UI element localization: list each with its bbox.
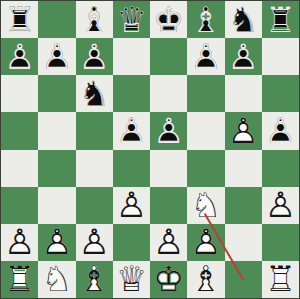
white-knight[interactable]: ♞♘ — [187, 187, 224, 224]
chess-board: ♜♖♝♗♛♕♚♔♝♗♞♘♜♖♟♙♟♙♟♙♟♙♟♙♞♘♟♙♟♙♟♙♟♙♟♙♞♘♟♙… — [0, 0, 300, 299]
square-e3[interactable] — [150, 187, 187, 224]
white-pawn-fill-glyph: ♟ — [78, 225, 109, 260]
square-g6[interactable] — [225, 75, 262, 112]
white-pawn-outline-glyph: ♙ — [78, 225, 109, 260]
square-h7[interactable] — [262, 38, 299, 75]
white-bishop-outline-glyph: ♗ — [78, 262, 109, 297]
white-pawn[interactable]: ♟♙ — [187, 224, 224, 261]
square-f3[interactable]: ♞♘ — [187, 187, 224, 224]
square-g4[interactable] — [225, 150, 262, 187]
square-h4[interactable] — [262, 150, 299, 187]
black-knight-fill-glyph: ♞ — [78, 76, 109, 111]
square-f1[interactable]: ♝♗ — [187, 261, 224, 298]
white-pawn-outline-glyph: ♙ — [265, 188, 296, 223]
square-d8[interactable]: ♛♕ — [113, 1, 150, 38]
white-bishop-fill-glyph: ♝ — [78, 262, 109, 297]
white-pawn-fill-glyph: ♟ — [116, 188, 147, 223]
black-king-outline-glyph: ♔ — [153, 2, 184, 37]
square-b7[interactable]: ♟♙ — [38, 38, 75, 75]
square-d3[interactable]: ♟♙ — [113, 187, 150, 224]
black-pawn[interactable]: ♟♙ — [1, 38, 38, 75]
black-king-fill-glyph: ♚ — [153, 2, 184, 37]
square-f7[interactable]: ♟♙ — [187, 38, 224, 75]
black-pawn[interactable]: ♟♙ — [150, 112, 187, 149]
square-c4[interactable] — [76, 150, 113, 187]
square-g3[interactable] — [225, 187, 262, 224]
white-king-fill-glyph: ♚ — [153, 262, 184, 297]
white-queen-outline-glyph: ♕ — [116, 262, 147, 297]
square-h5[interactable]: ♟♙ — [262, 112, 299, 149]
square-d4[interactable] — [113, 150, 150, 187]
square-c3[interactable] — [76, 187, 113, 224]
square-f6[interactable] — [187, 75, 224, 112]
square-c2[interactable]: ♟♙ — [76, 224, 113, 261]
square-b5[interactable] — [38, 112, 75, 149]
square-c5[interactable] — [76, 112, 113, 149]
black-pawn[interactable]: ♟♙ — [38, 38, 75, 75]
square-e6[interactable] — [150, 75, 187, 112]
black-rook[interactable]: ♜♖ — [1, 1, 38, 38]
white-queen[interactable]: ♛♕ — [113, 261, 150, 298]
black-pawn-fill-glyph: ♟ — [265, 113, 296, 148]
square-e2[interactable]: ♟♙ — [150, 224, 187, 261]
white-pawn-fill-glyph: ♟ — [153, 225, 184, 260]
white-bishop-fill-glyph: ♝ — [190, 262, 221, 297]
white-pawn-outline-glyph: ♙ — [227, 113, 258, 148]
black-bishop[interactable]: ♝♗ — [76, 1, 113, 38]
square-f8[interactable]: ♝♗ — [187, 1, 224, 38]
white-pawn-fill-glyph: ♟ — [227, 113, 258, 148]
black-rook[interactable]: ♜♖ — [262, 1, 299, 38]
square-a2[interactable]: ♟♙ — [1, 224, 38, 261]
black-pawn-outline-glyph: ♙ — [78, 39, 109, 74]
white-knight-outline-glyph: ♘ — [41, 262, 72, 297]
black-rook-outline-glyph: ♖ — [4, 2, 35, 37]
white-rook-fill-glyph: ♜ — [265, 262, 296, 297]
white-rook-fill-glyph: ♜ — [4, 262, 35, 297]
black-pawn-fill-glyph: ♟ — [227, 39, 258, 74]
square-h1[interactable]: ♜♖ — [262, 261, 299, 298]
square-b4[interactable] — [38, 150, 75, 187]
white-pawn-outline-glyph: ♙ — [116, 188, 147, 223]
black-knight[interactable]: ♞♘ — [76, 75, 113, 112]
square-g8[interactable]: ♞♘ — [225, 1, 262, 38]
square-a3[interactable] — [1, 187, 38, 224]
black-pawn[interactable]: ♟♙ — [187, 38, 224, 75]
square-c8[interactable]: ♝♗ — [76, 1, 113, 38]
white-pawn-outline-glyph: ♙ — [190, 225, 221, 260]
black-rook-fill-glyph: ♜ — [265, 2, 296, 37]
square-a1[interactable]: ♜♖ — [1, 261, 38, 298]
white-pawn-fill-glyph: ♟ — [4, 225, 35, 260]
square-g2[interactable] — [225, 224, 262, 261]
white-rook[interactable]: ♜♖ — [262, 261, 299, 298]
black-pawn-outline-glyph: ♙ — [227, 39, 258, 74]
white-bishop-outline-glyph: ♗ — [190, 262, 221, 297]
white-bishop[interactable]: ♝♗ — [187, 261, 224, 298]
white-knight-outline-glyph: ♘ — [190, 188, 221, 223]
white-rook-outline-glyph: ♖ — [265, 262, 296, 297]
square-a8[interactable]: ♜♖ — [1, 1, 38, 38]
black-pawn-fill-glyph: ♟ — [116, 113, 147, 148]
black-pawn-fill-glyph: ♟ — [153, 113, 184, 148]
square-e4[interactable] — [150, 150, 187, 187]
black-pawn-outline-glyph: ♙ — [265, 113, 296, 148]
square-f4[interactable] — [187, 150, 224, 187]
white-pawn[interactable]: ♟♙ — [1, 224, 38, 261]
square-b6[interactable] — [38, 75, 75, 112]
white-pawn[interactable]: ♟♙ — [262, 187, 299, 224]
square-h6[interactable] — [262, 75, 299, 112]
square-d5[interactable]: ♟♙ — [113, 112, 150, 149]
white-knight[interactable]: ♞♘ — [38, 261, 75, 298]
square-g7[interactable]: ♟♙ — [225, 38, 262, 75]
white-knight-fill-glyph: ♞ — [41, 262, 72, 297]
square-h3[interactable]: ♟♙ — [262, 187, 299, 224]
black-pawn-outline-glyph: ♙ — [153, 113, 184, 148]
black-rook-outline-glyph: ♖ — [265, 2, 296, 37]
black-pawn-fill-glyph: ♟ — [190, 39, 221, 74]
black-queen[interactable]: ♛♕ — [113, 1, 150, 38]
black-pawn-outline-glyph: ♙ — [4, 39, 35, 74]
white-pawn-outline-glyph: ♙ — [41, 225, 72, 260]
square-g1[interactable] — [225, 261, 262, 298]
square-e8[interactable]: ♚♔ — [150, 1, 187, 38]
square-g5[interactable]: ♟♙ — [225, 112, 262, 149]
square-b2[interactable]: ♟♙ — [38, 224, 75, 261]
white-pawn[interactable]: ♟♙ — [38, 224, 75, 261]
white-king-outline-glyph: ♔ — [153, 262, 184, 297]
white-pawn-outline-glyph: ♙ — [153, 225, 184, 260]
white-queen-fill-glyph: ♛ — [116, 262, 147, 297]
square-f2[interactable]: ♟♙ — [187, 224, 224, 261]
black-bishop-fill-glyph: ♝ — [190, 2, 221, 37]
square-b8[interactable] — [38, 1, 75, 38]
black-pawn-outline-glyph: ♙ — [190, 39, 221, 74]
white-rook[interactable]: ♜♖ — [1, 261, 38, 298]
black-bishop-outline-glyph: ♗ — [190, 2, 221, 37]
square-b3[interactable] — [38, 187, 75, 224]
square-a6[interactable] — [1, 75, 38, 112]
black-knight-fill-glyph: ♞ — [227, 2, 258, 37]
black-bishop-fill-glyph: ♝ — [78, 2, 109, 37]
black-pawn-fill-glyph: ♟ — [41, 39, 72, 74]
square-d6[interactable] — [113, 75, 150, 112]
black-king[interactable]: ♚♔ — [150, 1, 187, 38]
black-bishop[interactable]: ♝♗ — [187, 1, 224, 38]
white-pawn-outline-glyph: ♙ — [4, 225, 35, 260]
white-pawn[interactable]: ♟♙ — [150, 224, 187, 261]
black-pawn[interactable]: ♟♙ — [225, 38, 262, 75]
black-pawn[interactable]: ♟♙ — [76, 38, 113, 75]
white-pawn[interactable]: ♟♙ — [76, 224, 113, 261]
square-d7[interactable] — [113, 38, 150, 75]
square-a4[interactable] — [1, 150, 38, 187]
square-e5[interactable]: ♟♙ — [150, 112, 187, 149]
black-knight[interactable]: ♞♘ — [225, 1, 262, 38]
square-c6[interactable]: ♞♘ — [76, 75, 113, 112]
white-pawn-fill-glyph: ♟ — [265, 188, 296, 223]
square-e7[interactable] — [150, 38, 187, 75]
square-a7[interactable]: ♟♙ — [1, 38, 38, 75]
white-bishop[interactable]: ♝♗ — [76, 261, 113, 298]
black-pawn-fill-glyph: ♟ — [78, 39, 109, 74]
white-pawn-fill-glyph: ♟ — [190, 225, 221, 260]
square-a5[interactable] — [1, 112, 38, 149]
black-pawn-fill-glyph: ♟ — [4, 39, 35, 74]
black-pawn-outline-glyph: ♙ — [41, 39, 72, 74]
black-queen-outline-glyph: ♕ — [116, 2, 147, 37]
square-e1[interactable]: ♚♔ — [150, 261, 187, 298]
black-queen-fill-glyph: ♛ — [116, 2, 147, 37]
square-c1[interactable]: ♝♗ — [76, 261, 113, 298]
white-rook-outline-glyph: ♖ — [4, 262, 35, 297]
black-knight-outline-glyph: ♘ — [227, 2, 258, 37]
square-b1[interactable]: ♞♘ — [38, 261, 75, 298]
square-h2[interactable] — [262, 224, 299, 261]
white-pawn[interactable]: ♟♙ — [225, 112, 262, 149]
square-d1[interactable]: ♛♕ — [113, 261, 150, 298]
square-h8[interactable]: ♜♖ — [262, 1, 299, 38]
black-pawn[interactable]: ♟♙ — [262, 112, 299, 149]
square-f5[interactable] — [187, 112, 224, 149]
black-pawn-outline-glyph: ♙ — [116, 113, 147, 148]
square-d2[interactable] — [113, 224, 150, 261]
black-rook-fill-glyph: ♜ — [4, 2, 35, 37]
white-king[interactable]: ♚♔ — [150, 261, 187, 298]
black-knight-outline-glyph: ♘ — [78, 76, 109, 111]
white-knight-fill-glyph: ♞ — [190, 188, 221, 223]
black-pawn[interactable]: ♟♙ — [113, 112, 150, 149]
square-c7[interactable]: ♟♙ — [76, 38, 113, 75]
white-pawn[interactable]: ♟♙ — [113, 187, 150, 224]
black-bishop-outline-glyph: ♗ — [78, 2, 109, 37]
white-pawn-fill-glyph: ♟ — [41, 225, 72, 260]
